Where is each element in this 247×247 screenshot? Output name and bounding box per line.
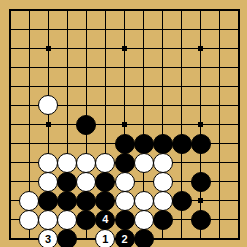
black-stone (57, 229, 77, 247)
white-stone (95, 153, 115, 173)
star-point (46, 122, 51, 127)
black-stone (38, 191, 58, 211)
move-number-label: 2 (121, 234, 127, 245)
white-stone (19, 191, 39, 211)
star-point (122, 46, 127, 51)
white-stone (57, 153, 77, 173)
black-stone (95, 191, 115, 211)
black-stone (153, 210, 173, 230)
black-stone (191, 172, 211, 192)
move-4-black-stone: 4 (95, 210, 115, 230)
black-stone (172, 134, 192, 154)
black-stone (76, 115, 96, 135)
move-number-label: 4 (102, 214, 108, 225)
white-stone (153, 191, 173, 211)
star-point (122, 122, 127, 127)
white-stone (38, 172, 58, 192)
star-point (198, 46, 203, 51)
black-stone (115, 134, 135, 154)
white-stone (38, 210, 58, 230)
move-number-label: 3 (45, 234, 51, 245)
white-stone (134, 153, 154, 173)
white-stone (153, 153, 173, 173)
black-stone (95, 172, 115, 192)
white-stone (38, 153, 58, 173)
star-point (198, 198, 203, 203)
black-stone (172, 191, 192, 211)
grid-line-vertical (238, 9, 240, 240)
move-number-label: 1 (102, 234, 108, 245)
black-stone (76, 210, 96, 230)
black-stone (191, 210, 211, 230)
grid-line-vertical (219, 9, 220, 240)
black-stone (76, 191, 96, 211)
move-3-white-stone: 3 (38, 229, 58, 247)
black-stone (134, 134, 154, 154)
white-stone (134, 210, 154, 230)
black-stone (115, 210, 135, 230)
white-stone (76, 153, 96, 173)
move-2-black-stone: 2 (115, 229, 135, 247)
white-stone (153, 172, 173, 192)
white-stone (115, 172, 135, 192)
black-stone (191, 134, 211, 154)
white-stone (115, 191, 135, 211)
move-1-white-stone: 1 (95, 229, 115, 247)
go-diagram: 4312 (0, 0, 247, 247)
white-stone (57, 210, 77, 230)
black-stone (57, 172, 77, 192)
black-stone (115, 153, 135, 173)
white-stone (19, 210, 39, 230)
black-stone (57, 191, 77, 211)
black-stone (134, 229, 154, 247)
star-point (46, 46, 51, 51)
white-stone (76, 172, 96, 192)
go-board: 4312 (0, 0, 247, 247)
black-stone (153, 134, 173, 154)
white-stone (134, 191, 154, 211)
star-point (198, 122, 203, 127)
white-stone (38, 95, 58, 115)
